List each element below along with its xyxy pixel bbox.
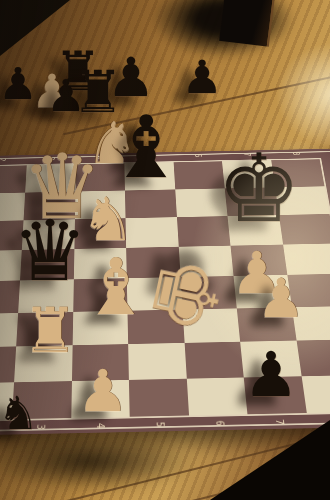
board-square bbox=[126, 217, 179, 247]
board-square bbox=[184, 342, 244, 379]
board-square bbox=[20, 249, 74, 281]
chess-photo-scene: 12345678 12345678 hgfedcba hgfedcba ♞♛♞♝… bbox=[0, 0, 330, 500]
board-square bbox=[74, 218, 126, 248]
board-square bbox=[296, 339, 330, 376]
board-square bbox=[291, 306, 330, 341]
board-square bbox=[73, 248, 126, 280]
chess-piece-black-pawn: ♟ bbox=[44, 74, 88, 118]
chess-piece-black-rook: ♜ bbox=[51, 45, 105, 99]
board-square bbox=[178, 245, 233, 277]
board-square bbox=[180, 276, 237, 309]
coordinate-label: 3 bbox=[32, 402, 48, 453]
board-square bbox=[14, 345, 72, 382]
board-square bbox=[73, 278, 128, 311]
coordinate-label: 4 bbox=[94, 141, 106, 176]
board-square bbox=[182, 308, 240, 343]
board-frame: 12345678 12345678 hgfedcba hgfedcba bbox=[0, 149, 330, 438]
coordinate-label: 4 bbox=[93, 401, 107, 452]
board-grid bbox=[0, 158, 330, 423]
board-square bbox=[128, 343, 186, 380]
board-square bbox=[127, 309, 184, 344]
board-square bbox=[177, 216, 231, 246]
chess-piece-black-pawn: ♟ bbox=[0, 62, 40, 106]
coordinate-label: 5 bbox=[152, 399, 168, 450]
board-square bbox=[230, 244, 286, 276]
board-square bbox=[301, 375, 330, 413]
board-square bbox=[0, 250, 22, 282]
sunlight-spot-table bbox=[250, 20, 330, 170]
coordinate-label: 5 bbox=[142, 140, 155, 175]
board-square bbox=[125, 189, 177, 218]
board-square bbox=[0, 280, 20, 313]
board-square bbox=[228, 215, 283, 245]
board-square bbox=[225, 187, 279, 216]
board-square bbox=[24, 191, 76, 220]
board-square bbox=[287, 274, 330, 307]
chess-board: 12345678 12345678 hgfedcba hgfedcba bbox=[0, 149, 330, 438]
board-square bbox=[127, 277, 182, 310]
board-square bbox=[18, 279, 73, 312]
board-square bbox=[0, 192, 25, 221]
board-square bbox=[175, 188, 228, 217]
board-square bbox=[71, 344, 128, 381]
board-square bbox=[126, 246, 180, 278]
board-square bbox=[16, 311, 73, 346]
board-square bbox=[240, 341, 301, 378]
coordinate-label: g bbox=[320, 191, 330, 207]
board-square bbox=[22, 219, 75, 249]
chess-piece-white-pawn: ♟ bbox=[29, 68, 75, 114]
coordinate-label: 6 bbox=[191, 139, 205, 173]
board-square bbox=[234, 275, 292, 308]
coordinate-label: 3 bbox=[44, 142, 57, 177]
board-square bbox=[72, 310, 128, 345]
table-edge-dark-corner bbox=[0, 0, 70, 56]
board-square bbox=[0, 220, 24, 250]
chess-piece-black-rook: ♜ bbox=[69, 63, 127, 121]
board-square bbox=[283, 243, 330, 275]
board-square bbox=[75, 190, 126, 219]
board-square bbox=[279, 214, 330, 244]
board-square bbox=[237, 307, 296, 342]
